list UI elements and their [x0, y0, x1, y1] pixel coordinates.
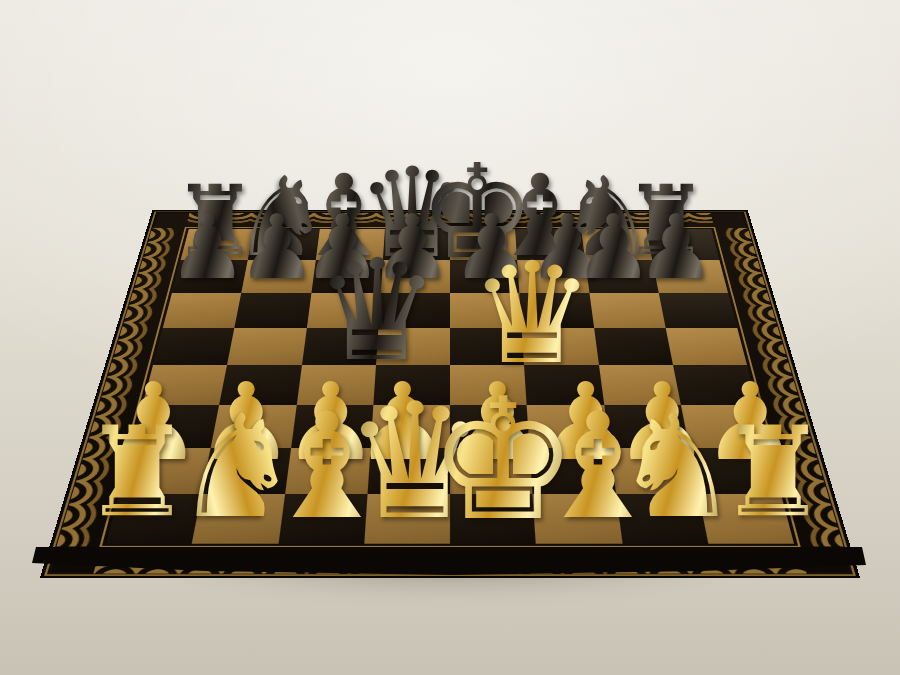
square-d5	[376, 328, 450, 365]
square-a4	[142, 365, 227, 405]
product-photo-scene: ♜♞♝♛♚♝♞♜♟♟♟♟♟♟♟♟♛♛♟♟♟♟♟♟♟♟♜♞♝♛♚♝♞♜	[0, 0, 900, 675]
square-g6	[589, 293, 665, 328]
square-h8	[646, 229, 719, 260]
square-c7	[311, 260, 383, 293]
square-a1	[106, 494, 202, 544]
square-f3	[527, 405, 610, 448]
square-a5	[153, 328, 235, 365]
square-c1	[278, 494, 367, 544]
square-b5	[227, 328, 306, 365]
square-c5	[302, 328, 379, 365]
square-f1	[533, 494, 622, 544]
square-d4	[373, 365, 450, 405]
square-c8	[315, 229, 384, 260]
square-d7	[380, 260, 450, 293]
square-h6	[659, 293, 738, 328]
square-e1	[450, 494, 536, 544]
chess-board	[40, 210, 860, 578]
square-c6	[306, 293, 380, 328]
square-b3	[211, 405, 296, 448]
square-g7	[585, 260, 659, 293]
square-a2	[119, 448, 211, 494]
square-h7	[652, 260, 728, 293]
square-e8	[450, 229, 517, 260]
square-b2	[202, 448, 291, 494]
square-b4	[219, 365, 301, 405]
square-c2	[285, 448, 371, 494]
square-h1	[698, 494, 794, 544]
square-f8	[515, 229, 584, 260]
square-g3	[604, 405, 689, 448]
square-a3	[131, 405, 219, 448]
square-e6	[450, 293, 522, 328]
square-b7	[241, 260, 315, 293]
square-f7	[517, 260, 589, 293]
square-b8	[248, 229, 319, 260]
square-e3	[450, 405, 530, 448]
square-a7	[172, 260, 248, 293]
border-ornament-bottom	[93, 548, 806, 574]
square-e4	[450, 365, 527, 405]
square-f5	[522, 328, 599, 365]
square-g2	[609, 448, 698, 494]
square-b6	[235, 293, 311, 328]
square-f6	[520, 293, 594, 328]
square-g4	[599, 365, 681, 405]
square-f2	[530, 448, 616, 494]
square-d3	[370, 405, 450, 448]
square-h3	[681, 405, 769, 448]
square-c4	[296, 365, 376, 405]
square-h5	[665, 328, 747, 365]
square-g8	[581, 229, 652, 260]
board-squares-grid	[106, 229, 794, 543]
square-h4	[673, 365, 758, 405]
square-f4	[524, 365, 604, 405]
square-a6	[163, 293, 242, 328]
square-h2	[689, 448, 781, 494]
square-d2	[367, 448, 450, 494]
border-ornament-top	[186, 213, 714, 227]
square-d1	[364, 494, 450, 544]
square-e7	[450, 260, 520, 293]
square-e2	[450, 448, 533, 494]
square-c3	[291, 405, 374, 448]
square-d6	[378, 293, 450, 328]
square-g1	[615, 494, 708, 544]
square-a8	[181, 229, 254, 260]
square-g5	[594, 328, 673, 365]
square-d8	[383, 229, 450, 260]
square-e5	[450, 328, 524, 365]
square-b1	[192, 494, 285, 544]
